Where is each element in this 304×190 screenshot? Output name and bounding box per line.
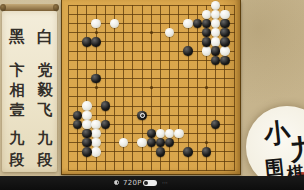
white-stone	[211, 1, 220, 10]
grid-line	[69, 69, 236, 70]
white-stone	[211, 37, 220, 46]
grid-line	[69, 161, 236, 162]
black-stone	[82, 138, 91, 147]
black-stone	[91, 37, 100, 46]
black-stone	[211, 56, 220, 65]
white-stone	[91, 147, 100, 156]
white-stone	[211, 10, 220, 19]
player-color-label: 黑	[7, 29, 27, 45]
player-rank-char: 九	[35, 131, 55, 146]
grid-line	[105, 5, 106, 171]
white-stone	[220, 46, 229, 55]
logo-char: 围	[264, 157, 285, 178]
player-rank-char: 段	[35, 153, 55, 168]
white-stone	[202, 46, 211, 55]
white-stone	[156, 129, 165, 138]
grid-line	[77, 5, 78, 171]
black-stone	[165, 138, 174, 147]
black-stone	[91, 74, 100, 83]
star-point	[95, 31, 98, 34]
black-stone	[147, 129, 156, 138]
white-stone	[82, 120, 91, 129]
black-stone	[202, 147, 211, 156]
black-stone	[183, 46, 192, 55]
black-stone	[202, 37, 211, 46]
quality-icon	[114, 180, 119, 185]
grid-line	[197, 5, 198, 171]
star-point	[95, 86, 98, 89]
white-stone	[165, 129, 174, 138]
black-stone	[220, 28, 229, 37]
player-scroll-panel: 黑卞相壹九段白党毅飞九段	[2, 11, 57, 172]
black-stone	[211, 120, 220, 129]
black-stone	[202, 19, 211, 28]
black-stone	[82, 129, 91, 138]
black-stone	[202, 28, 211, 37]
black-stone	[73, 120, 82, 129]
grid-line	[178, 5, 179, 171]
black-stone	[82, 37, 91, 46]
black-stone	[183, 147, 192, 156]
black-stone	[101, 101, 110, 110]
black-stone	[73, 111, 82, 120]
star-point	[150, 86, 153, 89]
player-name-char: 卞	[7, 63, 27, 78]
white-stone	[137, 138, 146, 147]
grid-line	[114, 5, 115, 171]
star-point	[205, 86, 208, 89]
last-move-marker	[140, 113, 145, 118]
black-stone	[101, 120, 110, 129]
white-stone	[183, 19, 192, 28]
white-stone	[82, 111, 91, 120]
black-stone	[137, 111, 146, 120]
black-stone	[220, 37, 229, 46]
white-player-column: 白党毅飞九段	[35, 11, 55, 172]
danmaku-toggle[interactable]	[143, 180, 157, 186]
video-frame: 黑卞相壹九段白党毅飞九段 小九围棋 720P ···	[0, 0, 304, 190]
grid-line	[234, 5, 235, 171]
player-name-char: 党	[35, 63, 55, 78]
player-rank-char: 段	[7, 153, 27, 168]
player-control-bar: 720P ···	[0, 176, 304, 190]
grid-line	[132, 5, 133, 171]
white-stone	[91, 120, 100, 129]
player-name-char: 相	[7, 83, 27, 98]
black-stone	[220, 19, 229, 28]
white-stone	[211, 19, 220, 28]
grid-line	[69, 106, 236, 107]
player-name-char: 飞	[35, 103, 55, 118]
white-stone	[220, 10, 229, 19]
white-stone	[110, 19, 119, 28]
quality-label[interactable]: 720P	[123, 179, 142, 187]
player-name-char: 毅	[35, 83, 55, 98]
white-stone	[202, 10, 211, 19]
black-stone	[220, 56, 229, 65]
grid-line	[69, 115, 236, 116]
black-stone	[156, 138, 165, 147]
go-board	[61, 0, 241, 175]
white-stone	[211, 28, 220, 37]
star-point	[150, 31, 153, 34]
logo-char: 小	[263, 119, 292, 148]
more-controls-label: ···	[162, 179, 168, 186]
player-color-label: 白	[35, 29, 55, 45]
black-stone	[193, 19, 202, 28]
star-point	[205, 141, 208, 144]
black-stone	[147, 138, 156, 147]
black-player-column: 黑卞相壹九段	[7, 11, 27, 172]
white-stone	[165, 28, 174, 37]
player-name-char: 壹	[7, 103, 27, 118]
white-stone	[119, 138, 128, 147]
grid-line	[69, 170, 236, 171]
black-stone	[211, 46, 220, 55]
grid-line	[68, 5, 69, 171]
black-stone	[82, 147, 91, 156]
white-stone	[91, 129, 100, 138]
white-stone	[174, 129, 183, 138]
logo-char: 九	[289, 135, 304, 166]
scroll-roller	[1, 4, 58, 11]
white-stone	[82, 101, 91, 110]
black-stone	[156, 147, 165, 156]
white-stone	[91, 138, 100, 147]
grid-line	[69, 96, 236, 97]
player-rank-char: 九	[7, 131, 27, 146]
white-stone	[91, 19, 100, 28]
